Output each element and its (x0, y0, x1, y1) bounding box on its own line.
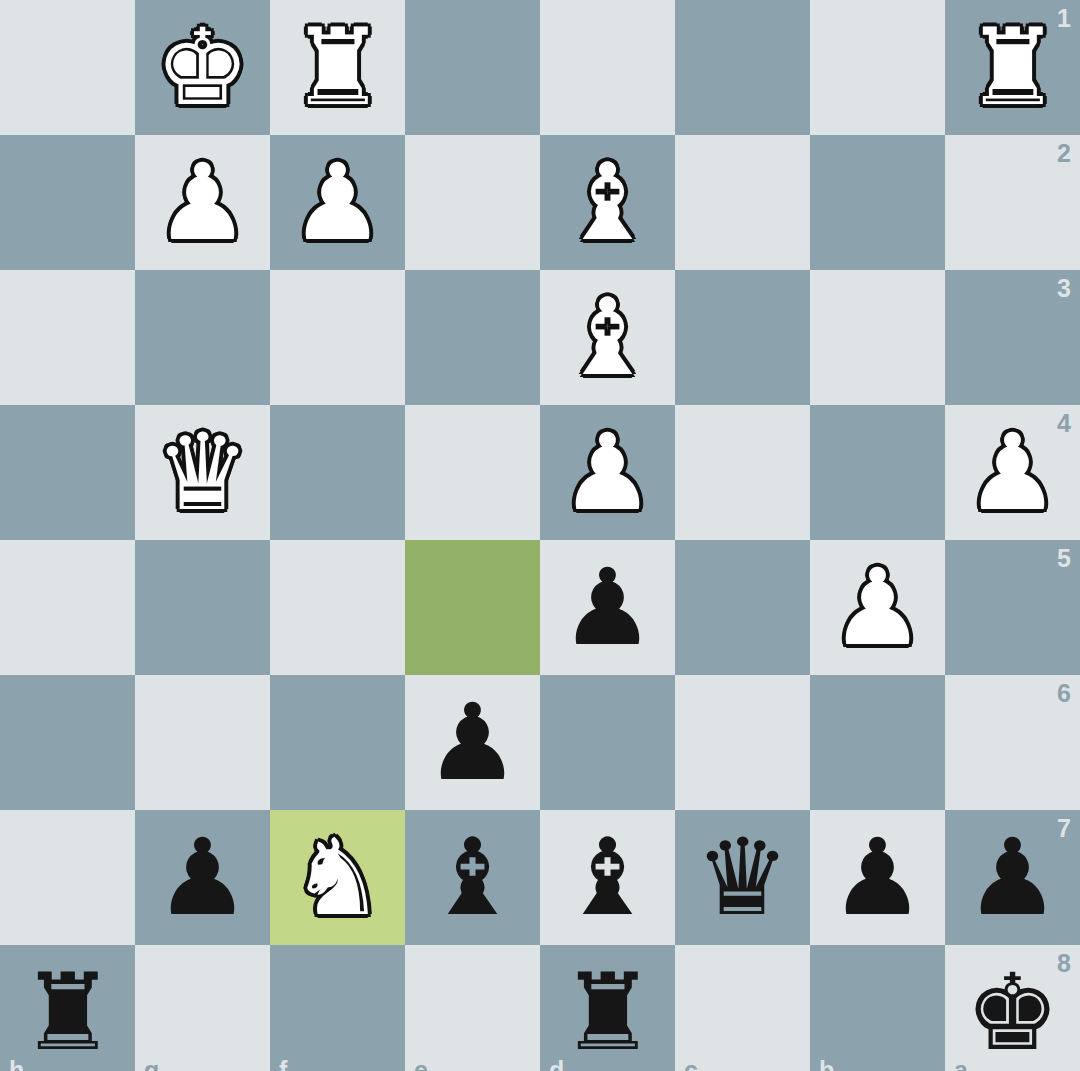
file-label-c: c (684, 1058, 698, 1071)
square-e8[interactable]: e (405, 945, 540, 1071)
piece-black-rook[interactable]: ♜ (560, 945, 655, 1071)
square-e7[interactable]: ♝ (405, 810, 540, 945)
piece-white-knight[interactable]: ♞ (290, 810, 385, 945)
square-b5[interactable]: ♟ (810, 540, 945, 675)
square-f3[interactable] (270, 270, 405, 405)
square-g5[interactable] (135, 540, 270, 675)
square-h5[interactable] (0, 540, 135, 675)
rank-label-6: 6 (1057, 681, 1071, 706)
file-label-f: f (279, 1058, 287, 1071)
square-f7[interactable]: ♞ (270, 810, 405, 945)
square-e6[interactable]: ♟ (405, 675, 540, 810)
chess-board: ♚♜1♜♟♟♝2♝3♛♟4♟♟♟5♟6♟♞♝♝♛♟7♟h♜gfed♜cb8a♚ (0, 0, 1080, 1071)
square-h2[interactable] (0, 135, 135, 270)
rank-label-5: 5 (1057, 546, 1071, 571)
square-d3[interactable]: ♝ (540, 270, 675, 405)
square-b4[interactable] (810, 405, 945, 540)
square-a6[interactable]: 6 (945, 675, 1080, 810)
piece-black-pawn[interactable]: ♟ (155, 810, 250, 945)
piece-white-pawn[interactable]: ♟ (560, 405, 655, 540)
square-g4[interactable]: ♛ (135, 405, 270, 540)
square-f2[interactable]: ♟ (270, 135, 405, 270)
square-d4[interactable]: ♟ (540, 405, 675, 540)
square-g6[interactable] (135, 675, 270, 810)
square-d5[interactable]: ♟ (540, 540, 675, 675)
square-b2[interactable] (810, 135, 945, 270)
piece-white-rook[interactable]: ♜ (290, 0, 385, 135)
square-c6[interactable] (675, 675, 810, 810)
file-label-e: e (414, 1058, 428, 1071)
square-f4[interactable] (270, 405, 405, 540)
square-f8[interactable]: f (270, 945, 405, 1071)
piece-black-pawn[interactable]: ♟ (830, 810, 925, 945)
square-e4[interactable] (405, 405, 540, 540)
square-e5[interactable] (405, 540, 540, 675)
square-b8[interactable]: b (810, 945, 945, 1071)
square-a7[interactable]: 7♟ (945, 810, 1080, 945)
square-g2[interactable]: ♟ (135, 135, 270, 270)
square-d2[interactable]: ♝ (540, 135, 675, 270)
square-g1[interactable]: ♚ (135, 0, 270, 135)
square-a1[interactable]: 1♜ (945, 0, 1080, 135)
piece-black-rook[interactable]: ♜ (20, 945, 115, 1071)
piece-black-bishop[interactable]: ♝ (560, 810, 655, 945)
square-b3[interactable] (810, 270, 945, 405)
square-d6[interactable] (540, 675, 675, 810)
square-c5[interactable] (675, 540, 810, 675)
square-g3[interactable] (135, 270, 270, 405)
piece-white-pawn[interactable]: ♟ (155, 135, 250, 270)
square-h4[interactable] (0, 405, 135, 540)
piece-white-queen[interactable]: ♛ (155, 405, 250, 540)
square-h3[interactable] (0, 270, 135, 405)
rank-label-2: 2 (1057, 141, 1071, 166)
square-c3[interactable] (675, 270, 810, 405)
square-e2[interactable] (405, 135, 540, 270)
piece-white-pawn[interactable]: ♟ (290, 135, 385, 270)
square-c2[interactable] (675, 135, 810, 270)
piece-black-pawn[interactable]: ♟ (425, 675, 520, 810)
square-h1[interactable] (0, 0, 135, 135)
square-a4[interactable]: 4♟ (945, 405, 1080, 540)
square-b6[interactable] (810, 675, 945, 810)
piece-white-pawn[interactable]: ♟ (830, 540, 925, 675)
square-e1[interactable] (405, 0, 540, 135)
square-b7[interactable]: ♟ (810, 810, 945, 945)
square-d8[interactable]: d♜ (540, 945, 675, 1071)
square-d7[interactable]: ♝ (540, 810, 675, 945)
square-b1[interactable] (810, 0, 945, 135)
file-label-g: g (144, 1058, 159, 1071)
square-a3[interactable]: 3 (945, 270, 1080, 405)
piece-white-bishop[interactable]: ♝ (560, 135, 655, 270)
square-d1[interactable] (540, 0, 675, 135)
piece-white-pawn[interactable]: ♟ (965, 405, 1060, 540)
piece-black-bishop[interactable]: ♝ (425, 810, 520, 945)
square-f1[interactable]: ♜ (270, 0, 405, 135)
square-c8[interactable]: c (675, 945, 810, 1071)
square-c7[interactable]: ♛ (675, 810, 810, 945)
square-h7[interactable] (0, 810, 135, 945)
piece-black-pawn[interactable]: ♟ (560, 540, 655, 675)
piece-black-queen[interactable]: ♛ (695, 810, 790, 945)
square-h6[interactable] (0, 675, 135, 810)
piece-white-rook[interactable]: ♜ (965, 0, 1060, 135)
square-c4[interactable] (675, 405, 810, 540)
file-label-b: b (819, 1058, 834, 1071)
piece-black-king[interactable]: ♚ (965, 945, 1060, 1071)
square-f6[interactable] (270, 675, 405, 810)
rank-label-3: 3 (1057, 276, 1071, 301)
square-g8[interactable]: g (135, 945, 270, 1071)
piece-white-bishop[interactable]: ♝ (560, 270, 655, 405)
square-a8[interactable]: 8a♚ (945, 945, 1080, 1071)
piece-black-pawn[interactable]: ♟ (965, 810, 1060, 945)
square-e3[interactable] (405, 270, 540, 405)
square-h8[interactable]: h♜ (0, 945, 135, 1071)
square-f5[interactable] (270, 540, 405, 675)
square-g7[interactable]: ♟ (135, 810, 270, 945)
square-a2[interactable]: 2 (945, 135, 1080, 270)
square-a5[interactable]: 5 (945, 540, 1080, 675)
square-c1[interactable] (675, 0, 810, 135)
piece-white-king[interactable]: ♚ (155, 0, 250, 135)
